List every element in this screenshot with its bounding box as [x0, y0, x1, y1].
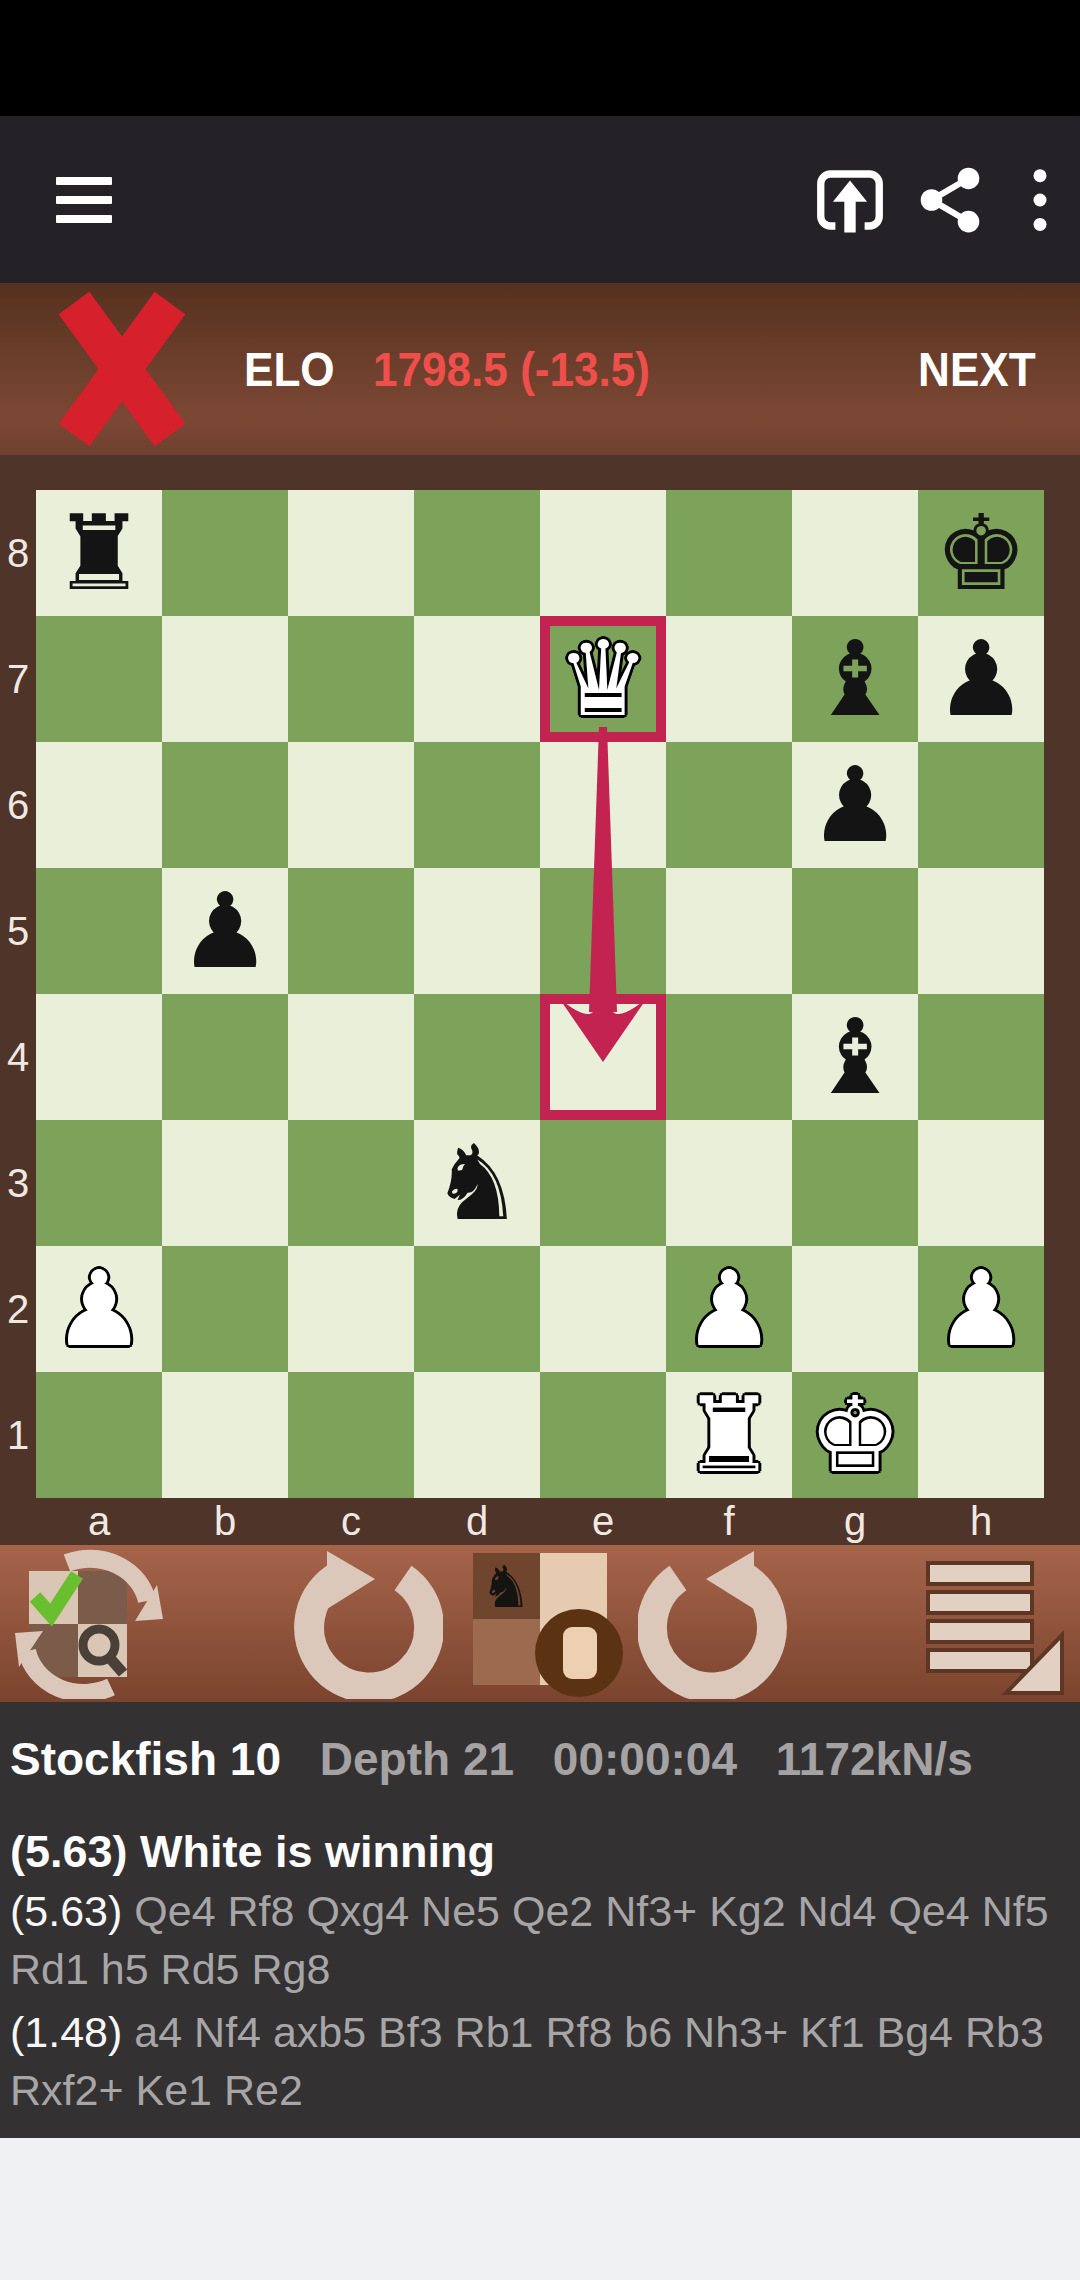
evaluation-score: (5.63) — [10, 1826, 128, 1877]
square-c5[interactable] — [288, 868, 414, 994]
engine-line-1: (5.63) Qe4 Rf8 Qxg4 Ne5 Qe2 Nf3+ Kg2 Nd4… — [0, 1878, 1080, 1999]
black-knight-d3: ♞ — [414, 1120, 540, 1246]
file-labels: abcdefgh — [36, 1498, 1044, 1545]
square-d5[interactable] — [414, 868, 540, 994]
square-c8[interactable] — [288, 490, 414, 616]
bottom-empty-area — [0, 2138, 1080, 2280]
black-rook-a8: ♜ — [36, 490, 162, 616]
square-b6[interactable] — [162, 742, 288, 868]
rank-label-2: 2 — [0, 1246, 36, 1372]
line-1-moves: Qe4 Rf8 Qxg4 Ne5 Qe2 Nf3+ Kg2 Nd4 Qe4 Nf… — [10, 1887, 1049, 1993]
square-e5[interactable] — [540, 868, 666, 994]
square-f6[interactable] — [666, 742, 792, 868]
export-board-icon[interactable] — [800, 150, 900, 250]
square-h1[interactable] — [918, 1372, 1044, 1498]
file-label-h: h — [918, 1498, 1044, 1545]
square-d8[interactable] — [414, 490, 540, 616]
square-b4[interactable] — [162, 994, 288, 1120]
square-d2[interactable] — [414, 1246, 540, 1372]
chess-app-screen: ELO 1798.5 (-13.5) NEXT 87654321 ♜♚♛♝♟♟♟… — [0, 0, 1080, 2280]
square-c4[interactable] — [288, 994, 414, 1120]
square-g2[interactable] — [792, 1246, 918, 1372]
square-f2[interactable]: ♟ — [666, 1246, 792, 1372]
black-pawn-h7: ♟ — [918, 616, 1044, 742]
square-d3[interactable]: ♞ — [414, 1120, 540, 1246]
rank-label-7: 7 — [0, 616, 36, 742]
engine-line-2: (1.48) a4 Nf4 axb5 Bf3 Rb1 Rf8 b6 Nh3+ K… — [0, 1999, 1080, 2120]
square-b7[interactable] — [162, 616, 288, 742]
square-g1[interactable]: ♚ — [792, 1372, 918, 1498]
square-c7[interactable] — [288, 616, 414, 742]
square-e7[interactable]: ♛ — [540, 616, 666, 742]
next-button[interactable]: NEXT — [918, 341, 1036, 397]
evaluation-verdict: White is winning — [140, 1826, 495, 1877]
square-h4[interactable] — [918, 994, 1044, 1120]
line-1-eval: (5.63) — [10, 1887, 122, 1935]
rank-label-8: 8 — [0, 490, 36, 616]
square-f7[interactable] — [666, 616, 792, 742]
file-label-b: b — [162, 1498, 288, 1545]
engine-panel: Stockfish 10 Depth 21 00:00:04 1172kN/s … — [0, 1702, 1080, 2138]
square-g6[interactable]: ♟ — [792, 742, 918, 868]
square-a2[interactable]: ♟ — [36, 1246, 162, 1372]
square-a8[interactable]: ♜ — [36, 490, 162, 616]
square-c1[interactable] — [288, 1372, 414, 1498]
engine-name: Stockfish 10 — [10, 1733, 281, 1785]
square-a7[interactable] — [36, 616, 162, 742]
square-h2[interactable]: ♟ — [918, 1246, 1044, 1372]
square-f4[interactable] — [666, 994, 792, 1120]
square-e1[interactable] — [540, 1372, 666, 1498]
square-b2[interactable] — [162, 1246, 288, 1372]
redo-move-icon[interactable] — [633, 1545, 793, 1702]
square-e3[interactable] — [540, 1120, 666, 1246]
black-pawn-g6: ♟ — [792, 742, 918, 868]
rank-label-1: 1 — [0, 1372, 36, 1498]
analyze-position-icon[interactable] — [4, 1545, 174, 1702]
square-b5[interactable]: ♟ — [162, 868, 288, 994]
square-h7[interactable]: ♟ — [918, 616, 1044, 742]
square-a6[interactable] — [36, 742, 162, 868]
engine-stop-icon[interactable]: ♞ — [458, 1545, 628, 1702]
square-d6[interactable] — [414, 742, 540, 868]
square-g5[interactable] — [792, 868, 918, 994]
square-f5[interactable] — [666, 868, 792, 994]
square-f3[interactable] — [666, 1120, 792, 1246]
square-h6[interactable] — [918, 742, 1044, 868]
file-label-a: a — [36, 1498, 162, 1545]
square-d4[interactable] — [414, 994, 540, 1120]
status-bar — [0, 0, 1080, 116]
move-list-icon[interactable] — [905, 1545, 1075, 1702]
hamburger-menu-icon[interactable] — [56, 177, 112, 223]
white-rook-f1: ♜ — [666, 1372, 792, 1498]
square-e4[interactable] — [540, 994, 666, 1120]
square-d7[interactable] — [414, 616, 540, 742]
rank-label-3: 3 — [0, 1120, 36, 1246]
overflow-menu-icon[interactable] — [1000, 150, 1080, 250]
white-pawn-a2: ♟ — [36, 1246, 162, 1372]
square-h5[interactable] — [918, 868, 1044, 994]
app-bar — [0, 116, 1080, 283]
engine-depth: Depth 21 — [320, 1733, 514, 1785]
square-a3[interactable] — [36, 1120, 162, 1246]
white-king-g1: ♚ — [792, 1372, 918, 1498]
square-b1[interactable] — [162, 1372, 288, 1498]
white-pawn-f2: ♟ — [666, 1246, 792, 1372]
elo-bar: ELO 1798.5 (-13.5) NEXT — [0, 283, 1080, 455]
square-b3[interactable] — [162, 1120, 288, 1246]
file-label-g: g — [792, 1498, 918, 1545]
file-label-f: f — [666, 1498, 792, 1545]
square-c3[interactable] — [288, 1120, 414, 1246]
black-king-h8: ♚ — [918, 490, 1044, 616]
engine-status-line: Stockfish 10 Depth 21 00:00:04 1172kN/s — [0, 1702, 1080, 1786]
square-g4[interactable]: ♝ — [792, 994, 918, 1120]
square-a5[interactable] — [36, 868, 162, 994]
white-queen-e7: ♛ — [540, 616, 666, 742]
square-g3[interactable] — [792, 1120, 918, 1246]
square-h8[interactable]: ♚ — [918, 490, 1044, 616]
line-2-eval: (1.48) — [10, 2008, 122, 2056]
elo-label: ELO — [244, 341, 335, 397]
engine-speed: 1172kN/s — [776, 1733, 973, 1785]
close-x-icon[interactable] — [58, 283, 186, 455]
svg-text:♞: ♞ — [480, 1553, 532, 1621]
square-f8[interactable] — [666, 490, 792, 616]
line-2-moves: a4 Nf4 axb5 Bf3 Rb1 Rf8 b6 Nh3+ Kf1 Bg4 … — [10, 2008, 1044, 2114]
rank-label-6: 6 — [0, 742, 36, 868]
square-c6[interactable] — [288, 742, 414, 868]
square-e6[interactable] — [540, 742, 666, 868]
undo-move-icon[interactable] — [288, 1545, 448, 1702]
white-pawn-h2: ♟ — [918, 1246, 1044, 1372]
elo-rating-value: 1798.5 (-13.5) — [373, 341, 650, 397]
square-f1[interactable]: ♜ — [666, 1372, 792, 1498]
rank-label-5: 5 — [0, 868, 36, 994]
file-label-c: c — [288, 1498, 414, 1545]
square-c2[interactable] — [288, 1246, 414, 1372]
square-a4[interactable] — [36, 994, 162, 1120]
bottom-toolbar: ♞ — [0, 1545, 1080, 1702]
black-bishop-g7: ♝ — [792, 616, 918, 742]
chess-board: 87654321 ♜♚♛♝♟♟♟♝♞♟♟♟♜♚ abcdefgh — [0, 455, 1080, 1545]
square-e8[interactable] — [540, 490, 666, 616]
board-squares: ♜♚♛♝♟♟♟♝♞♟♟♟♜♚ — [36, 490, 1044, 1498]
file-label-e: e — [540, 1498, 666, 1545]
square-g8[interactable] — [792, 490, 918, 616]
evaluation-line: (5.63) White is winning — [0, 1786, 1080, 1878]
square-b8[interactable] — [162, 490, 288, 616]
file-label-d: d — [414, 1498, 540, 1545]
rank-label-4: 4 — [0, 994, 36, 1120]
square-a1[interactable] — [36, 1372, 162, 1498]
square-g7[interactable]: ♝ — [792, 616, 918, 742]
black-bishop-g4: ♝ — [792, 994, 918, 1120]
square-h3[interactable] — [918, 1120, 1044, 1246]
share-icon[interactable] — [900, 150, 1000, 250]
rank-labels: 87654321 — [0, 490, 36, 1498]
square-e2[interactable] — [540, 1246, 666, 1372]
engine-time: 00:00:04 — [553, 1733, 737, 1785]
square-d1[interactable] — [414, 1372, 540, 1498]
black-pawn-b5: ♟ — [162, 868, 288, 994]
